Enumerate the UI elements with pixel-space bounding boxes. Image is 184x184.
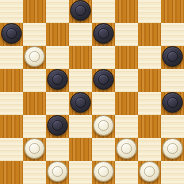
square-f1 <box>115 161 138 184</box>
square-g5[interactable] <box>138 69 161 92</box>
square-f8[interactable] <box>115 0 138 23</box>
white-man-piece[interactable] <box>162 138 183 159</box>
black-man-piece[interactable] <box>70 0 91 21</box>
square-a4 <box>0 92 23 115</box>
square-c2 <box>46 138 69 161</box>
black-man-piece[interactable] <box>162 92 183 113</box>
square-g8 <box>138 0 161 23</box>
square-h7 <box>161 23 184 46</box>
square-a6 <box>0 46 23 69</box>
square-g4 <box>138 92 161 115</box>
square-d6[interactable] <box>69 46 92 69</box>
square-e5[interactable] <box>92 69 115 92</box>
square-f4[interactable] <box>115 92 138 115</box>
square-e6 <box>92 46 115 69</box>
square-e3[interactable] <box>92 115 115 138</box>
square-b5 <box>23 69 46 92</box>
square-g3[interactable] <box>138 115 161 138</box>
square-a1[interactable] <box>0 161 23 184</box>
black-man-piece[interactable] <box>47 115 68 136</box>
black-man-piece[interactable] <box>93 69 114 90</box>
square-b7 <box>23 23 46 46</box>
square-a8 <box>0 0 23 23</box>
square-h4[interactable] <box>161 92 184 115</box>
square-c7[interactable] <box>46 23 69 46</box>
square-c5[interactable] <box>46 69 69 92</box>
square-h8[interactable] <box>161 0 184 23</box>
black-man-piece[interactable] <box>93 23 114 44</box>
square-h6[interactable] <box>161 46 184 69</box>
square-f5 <box>115 69 138 92</box>
square-b3 <box>23 115 46 138</box>
white-man-piece[interactable] <box>24 138 45 159</box>
square-f7 <box>115 23 138 46</box>
square-e8 <box>92 0 115 23</box>
square-a7[interactable] <box>0 23 23 46</box>
square-c3[interactable] <box>46 115 69 138</box>
white-man-piece[interactable] <box>139 161 160 182</box>
square-e1[interactable] <box>92 161 115 184</box>
square-a5[interactable] <box>0 69 23 92</box>
white-man-piece[interactable] <box>47 161 68 182</box>
square-d7 <box>69 23 92 46</box>
square-a2 <box>0 138 23 161</box>
square-c8 <box>46 0 69 23</box>
square-d5 <box>69 69 92 92</box>
square-b2[interactable] <box>23 138 46 161</box>
square-f2[interactable] <box>115 138 138 161</box>
square-h5 <box>161 69 184 92</box>
square-c6 <box>46 46 69 69</box>
square-g7[interactable] <box>138 23 161 46</box>
white-man-piece[interactable] <box>116 138 137 159</box>
square-b6[interactable] <box>23 46 46 69</box>
white-man-piece[interactable] <box>93 115 114 136</box>
square-b1 <box>23 161 46 184</box>
square-f3 <box>115 115 138 138</box>
white-man-piece[interactable] <box>24 46 45 67</box>
square-c4 <box>46 92 69 115</box>
square-g2 <box>138 138 161 161</box>
square-h2[interactable] <box>161 138 184 161</box>
square-a3[interactable] <box>0 115 23 138</box>
square-f6[interactable] <box>115 46 138 69</box>
black-man-piece[interactable] <box>47 69 68 90</box>
black-man-piece[interactable] <box>162 46 183 67</box>
square-b4[interactable] <box>23 92 46 115</box>
square-d2[interactable] <box>69 138 92 161</box>
square-e2 <box>92 138 115 161</box>
square-e4 <box>92 92 115 115</box>
square-g1[interactable] <box>138 161 161 184</box>
checkers-board <box>0 0 184 184</box>
square-d3 <box>69 115 92 138</box>
black-man-piece[interactable] <box>70 92 91 113</box>
square-d4[interactable] <box>69 92 92 115</box>
square-d8[interactable] <box>69 0 92 23</box>
black-man-piece[interactable] <box>1 23 22 44</box>
square-b8[interactable] <box>23 0 46 23</box>
square-h3 <box>161 115 184 138</box>
square-c1[interactable] <box>46 161 69 184</box>
square-e7[interactable] <box>92 23 115 46</box>
square-d1 <box>69 161 92 184</box>
square-g6 <box>138 46 161 69</box>
white-man-piece[interactable] <box>93 161 114 182</box>
square-h1 <box>161 161 184 184</box>
